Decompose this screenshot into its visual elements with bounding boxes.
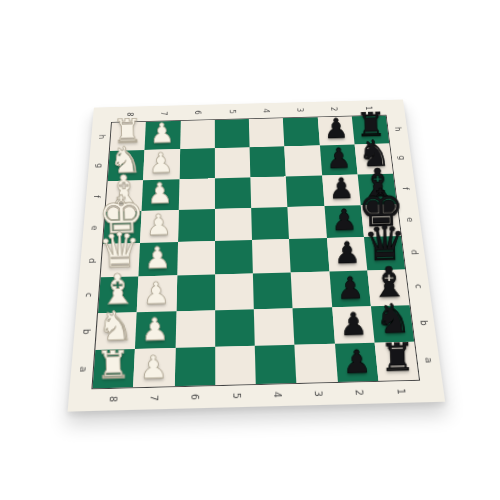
coord-file-label-left-b: b	[81, 328, 91, 334]
piece-white-rook-a8: ♜	[95, 346, 130, 385]
coord-rank-label-top-5: 5	[227, 109, 235, 113]
square-g6	[179, 148, 215, 179]
mat-margin: 5	[215, 384, 256, 408]
mat-margin-corner	[419, 379, 445, 402]
square-f4	[250, 176, 287, 208]
mat-margin-corner	[68, 388, 93, 411]
mat-margin: b	[73, 313, 98, 350]
chess-mat: 87654321h♜♟♟♜hg♞♟♟♞gf♝♟♟♝fe♚♟♟♚ed♛♟♟♛dc♝…	[68, 100, 446, 412]
mat-margin: 3	[282, 102, 317, 118]
square-h4	[249, 118, 285, 147]
square-b6	[175, 310, 215, 348]
coord-file-label-right-c: c	[413, 284, 423, 289]
mat-margin: 7	[132, 386, 174, 410]
mat-margin: 1	[378, 380, 422, 404]
piece-black-pawn-b2: ♟	[339, 309, 368, 341]
coord-rank-label-top-2: 2	[329, 107, 338, 111]
square-f2: ♟	[322, 174, 361, 206]
piece-black-pawn-e2: ♟	[331, 206, 358, 236]
piece-white-pawn-h7: ♟	[149, 120, 174, 148]
coord-rank-label-bottom-8: 8	[107, 396, 117, 402]
square-d2: ♟	[326, 237, 367, 272]
square-h6	[180, 120, 215, 149]
mat-margin-corner	[93, 107, 113, 123]
square-e5	[215, 208, 252, 241]
coord-rank-label-top-6: 6	[193, 110, 201, 114]
square-d6	[177, 241, 215, 276]
mat-margin: 5	[215, 104, 249, 120]
square-a4	[255, 345, 297, 385]
coord-rank-label-bottom-2: 2	[354, 389, 364, 395]
coord-rank-label-bottom-5: 5	[231, 393, 241, 399]
coord-file-label-left-a: a	[77, 366, 87, 372]
coord-file-label-right-h: h	[393, 127, 402, 132]
coord-file-label-right-g: g	[397, 156, 406, 161]
square-b2: ♟	[332, 306, 375, 344]
mat-margin: 3	[297, 382, 340, 406]
square-g4	[250, 147, 286, 177]
coord-file-label-right-a: a	[423, 357, 433, 363]
piece-white-pawn-a7: ♟	[139, 352, 168, 384]
square-f6	[178, 178, 214, 210]
square-h5	[215, 119, 250, 148]
coord-file-label-left-d: d	[86, 258, 96, 263]
mat-margin: 4	[256, 383, 298, 407]
coord-file-label-right-e: e	[405, 217, 415, 222]
square-d5	[215, 240, 253, 275]
square-g7: ♟	[143, 149, 179, 180]
piece-black-pawn-f2: ♟	[329, 174, 355, 203]
coord-rank-label-bottom-3: 3	[313, 391, 323, 397]
square-d3	[289, 238, 329, 273]
coord-file-label-left-h: h	[97, 135, 106, 140]
piece-black-pawn-h2: ♟	[324, 115, 349, 143]
square-b3	[293, 307, 335, 345]
square-b4	[254, 308, 295, 346]
piece-white-pawn-e7: ♟	[145, 211, 172, 241]
piece-white-pawn-g7: ♟	[148, 149, 174, 177]
square-c2: ♟	[329, 271, 371, 307]
mat-margin: 6	[180, 104, 214, 120]
coord-rank-label-top-3: 3	[295, 108, 303, 112]
square-a6	[174, 347, 215, 387]
coord-rank-label-bottom-6: 6	[189, 394, 199, 400]
square-b5	[215, 309, 255, 347]
mat-margin: 6	[174, 385, 215, 409]
square-a2: ♟	[334, 342, 378, 382]
square-d7: ♟	[139, 242, 178, 277]
piece-black-rook-a1: ♜	[380, 338, 415, 377]
square-f5	[215, 177, 251, 209]
piece-black-pawn-g2: ♟	[326, 144, 352, 172]
piece-white-pawn-c7: ♟	[142, 278, 170, 309]
coord-rank-label-top-7: 7	[159, 111, 167, 115]
mat-margin: 2	[337, 381, 380, 405]
square-c3	[291, 272, 332, 308]
piece-white-pawn-d7: ♟	[144, 243, 171, 273]
mat-margin: b	[410, 304, 437, 341]
mat-margin: 4	[248, 103, 283, 119]
square-f7: ♟	[142, 179, 179, 211]
coord-rank-label-bottom-1: 1	[395, 388, 406, 394]
square-c4	[253, 273, 293, 309]
square-a5	[215, 346, 256, 386]
square-c5	[215, 274, 254, 310]
coord-rank-label-top-4: 4	[261, 109, 269, 113]
coord-rank-label-bottom-7: 7	[148, 395, 158, 401]
square-c6	[176, 275, 215, 311]
coord-file-label-left-g: g	[94, 164, 103, 169]
square-e3	[288, 206, 327, 239]
mat-margin: 8	[91, 387, 133, 411]
coord-rank-label-bottom-4: 4	[272, 392, 282, 398]
square-d4	[252, 239, 291, 274]
piece-white-knight-b8: ♞	[96, 305, 133, 347]
chess-board: 87654321h♜♟♟♜hg♞♟♟♞gf♝♟♟♝fe♚♟♟♚ed♛♟♟♛dc♝…	[68, 100, 446, 412]
square-g5	[215, 147, 251, 177]
square-a8: ♜	[93, 349, 136, 389]
square-h3	[283, 117, 319, 146]
product-photo-background: 87654321h♜♟♟♜hg♞♟♟♞gf♝♟♟♝fe♚♟♟♚ed♛♟♟♛dc♝…	[0, 0, 500, 500]
square-g3	[285, 146, 322, 176]
square-a1: ♜	[374, 341, 419, 381]
square-f3	[286, 175, 324, 207]
square-e6	[178, 209, 215, 242]
piece-black-knight-b1: ♞	[375, 298, 412, 340]
square-e7: ♟	[140, 210, 178, 243]
mat-margin-corner	[384, 100, 405, 116]
square-a3	[295, 343, 338, 383]
piece-black-pawn-a2: ♟	[342, 346, 371, 378]
piece-black-pawn-d2: ♟	[334, 238, 361, 268]
piece-white-pawn-f7: ♟	[147, 179, 173, 208]
square-e4	[251, 207, 289, 240]
piece-white-pawn-b7: ♟	[141, 314, 170, 346]
coord-file-label-right-d: d	[409, 250, 419, 255]
piece-black-pawn-c2: ♟	[337, 273, 365, 304]
square-c7: ♟	[137, 276, 177, 312]
square-a7: ♟	[133, 348, 175, 388]
mat-margin: a	[70, 350, 96, 389]
coord-file-label-right-b: b	[418, 320, 428, 326]
square-g2: ♟	[319, 145, 357, 175]
square-b7: ♟	[135, 311, 176, 349]
mat-margin: a	[414, 341, 442, 380]
coord-file-label-left-c: c	[84, 293, 94, 298]
